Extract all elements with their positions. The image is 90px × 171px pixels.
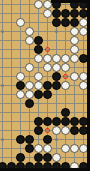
white-stone <box>52 153 61 162</box>
black-stone <box>43 81 52 90</box>
white-stone <box>43 54 52 63</box>
black-stone <box>70 18 79 27</box>
black-stone <box>61 117 70 126</box>
white-stone <box>52 126 61 135</box>
problem-point-marker <box>45 47 50 52</box>
black-stone <box>34 90 43 99</box>
black-stone <box>34 153 43 162</box>
white-stone <box>70 72 79 81</box>
white-stone <box>34 72 43 81</box>
white-stone <box>70 144 79 153</box>
white-stone <box>61 54 70 63</box>
black-stone <box>16 135 25 144</box>
white-stone <box>34 144 43 153</box>
black-stone <box>52 18 61 27</box>
star-point <box>1 138 4 141</box>
black-stone <box>61 9 70 18</box>
black-stone <box>34 126 43 135</box>
black-stone <box>70 117 79 126</box>
white-stone <box>43 9 52 18</box>
white-stone <box>16 90 25 99</box>
white-stone <box>70 54 79 63</box>
white-stone <box>70 36 79 45</box>
black-stone <box>70 9 79 18</box>
black-stone <box>52 117 61 126</box>
star-point <box>1 84 4 87</box>
white-stone <box>34 54 43 63</box>
white-stone <box>43 63 52 72</box>
black-stone <box>16 153 25 162</box>
white-stone <box>61 81 70 90</box>
cropped-edge-band <box>0 168 90 171</box>
black-stone <box>61 18 70 27</box>
white-stone <box>34 81 43 90</box>
black-stone <box>70 126 79 135</box>
cropped-edge-band <box>87 0 90 171</box>
cropped-edge-band <box>51 0 90 3</box>
star-point <box>1 30 4 33</box>
star-point <box>55 138 58 141</box>
black-stone <box>52 9 61 18</box>
go-board[interactable] <box>0 0 90 171</box>
black-stone <box>43 117 52 126</box>
white-stone <box>16 72 25 81</box>
white-stone <box>52 63 61 72</box>
white-stone <box>52 54 61 63</box>
white-stone <box>25 81 34 90</box>
black-stone <box>43 153 52 162</box>
black-stone <box>34 36 43 45</box>
black-stone <box>43 135 52 144</box>
black-stone <box>61 108 70 117</box>
white-stone <box>34 0 43 9</box>
white-stone <box>61 63 70 72</box>
black-stone <box>34 117 43 126</box>
black-stone <box>25 144 34 153</box>
black-stone <box>52 81 61 90</box>
white-stone <box>70 27 79 36</box>
black-stone <box>34 45 43 54</box>
black-stone <box>25 99 34 108</box>
star-point <box>55 30 58 33</box>
black-stone <box>25 135 34 144</box>
white-stone <box>25 36 34 45</box>
white-stone <box>16 18 25 27</box>
black-stone <box>43 90 52 99</box>
white-stone <box>43 144 52 153</box>
white-stone <box>25 90 34 99</box>
black-stone <box>52 72 61 81</box>
problem-point-marker <box>63 74 68 79</box>
black-stone <box>16 81 25 90</box>
white-stone <box>70 45 79 54</box>
white-stone <box>25 27 34 36</box>
white-stone <box>25 63 34 72</box>
white-stone <box>61 126 70 135</box>
white-stone <box>61 144 70 153</box>
problem-point-marker <box>45 128 50 133</box>
